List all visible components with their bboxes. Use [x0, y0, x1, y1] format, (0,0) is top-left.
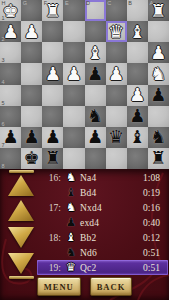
file-label-b: B	[128, 0, 132, 6]
square-a7[interactable]: ♞	[148, 127, 169, 148]
square-h3[interactable]: 3	[0, 42, 21, 63]
square-b1[interactable]: B	[127, 0, 148, 21]
square-f3[interactable]	[42, 42, 63, 63]
square-b5[interactable]: ♟	[127, 85, 148, 106]
square-a3[interactable]: ♟	[148, 42, 169, 63]
square-h2[interactable]: 2♟	[0, 21, 21, 42]
nav-first-button[interactable]	[8, 170, 34, 196]
black-pawn: ♟	[42, 127, 63, 148]
square-c6[interactable]	[106, 106, 127, 127]
move-time: 0:12	[126, 233, 168, 243]
square-d4[interactable]: ♟	[85, 63, 106, 84]
black-bishop-icon: ♝	[64, 187, 78, 199]
move-time: 0:40	[126, 218, 168, 228]
square-e7[interactable]	[63, 127, 84, 148]
square-e5[interactable]	[63, 85, 84, 106]
back-button[interactable]: BACK	[90, 277, 133, 296]
move-time: 1:08	[126, 173, 168, 183]
white-bishop: ♝	[85, 42, 106, 63]
move-number: 16:	[37, 173, 64, 183]
square-d8[interactable]	[85, 148, 106, 169]
black-pawn: ♟	[148, 85, 169, 106]
square-a4[interactable]: ♞	[148, 63, 169, 84]
square-e3[interactable]	[63, 42, 84, 63]
white-bishop-icon: ♝	[64, 232, 78, 244]
square-h7[interactable]: 7♟	[0, 127, 21, 148]
move-row-Nxd4[interactable]: 17:♞Nxd40:16	[37, 200, 168, 215]
square-d6[interactable]: ♞	[85, 106, 106, 127]
square-e4[interactable]: ♟	[63, 63, 84, 84]
square-b6[interactable]: ♟	[127, 106, 148, 127]
black-pawn: ♟	[85, 127, 106, 148]
nav-last-button[interactable]	[8, 253, 34, 279]
square-g7[interactable]: ♟	[21, 127, 42, 148]
square-c4[interactable]: ♟	[106, 63, 127, 84]
black-knight: ♞	[148, 127, 169, 148]
file-label-f: F	[44, 0, 47, 6]
square-h8[interactable]: 8	[0, 148, 21, 169]
file-label-d: D	[86, 0, 90, 6]
move-row-Na4[interactable]: 16:♞Na41:08	[37, 170, 168, 185]
move-list: 16:♞Na41:08♝Bd40:1917:♞Nxd40:16♟exd40:40…	[37, 170, 168, 275]
chess-board: H1♚GF♜EDCBA♜2♟♟♛♝3♝♟4♟♟♟♟♞5♟♟6♞♟7♟♟♟♟♛♝♞…	[0, 0, 169, 169]
square-g3[interactable]	[21, 42, 42, 63]
nav-controls	[6, 170, 36, 279]
square-a1[interactable]: A♜	[148, 0, 169, 21]
square-f8[interactable]: ♜	[42, 148, 63, 169]
square-a5[interactable]: ♟	[148, 85, 169, 106]
black-pawn: ♟	[127, 106, 148, 127]
white-pawn: ♟	[42, 63, 63, 84]
file-label-a: A	[149, 0, 153, 6]
square-d2[interactable]	[85, 21, 106, 42]
black-knight-icon: ♞	[64, 247, 78, 259]
square-e6[interactable]	[63, 106, 84, 127]
nav-next-button[interactable]	[8, 227, 34, 248]
square-g6[interactable]	[21, 106, 42, 127]
move-row-Bd4[interactable]: ♝Bd40:19	[37, 185, 168, 200]
square-a8[interactable]: ♜	[148, 148, 169, 169]
white-knight: ♞	[148, 63, 169, 84]
white-knight-icon: ♞	[64, 202, 78, 214]
move-san: Nxd4	[78, 203, 126, 213]
move-san: exd4	[78, 218, 126, 228]
up-triangle-icon	[8, 200, 34, 221]
square-a6[interactable]	[148, 106, 169, 127]
move-row-exd4[interactable]: ♟exd40:40	[37, 215, 168, 230]
nav-previous-button[interactable]	[8, 200, 34, 221]
square-f1[interactable]: F♜	[42, 0, 63, 21]
square-h1[interactable]: H1♚	[0, 0, 21, 21]
square-h5[interactable]: 5	[0, 85, 21, 106]
square-c2[interactable]: ♛	[106, 21, 127, 42]
white-pawn: ♟	[148, 42, 169, 63]
square-b7[interactable]: ♝	[127, 127, 148, 148]
square-c8[interactable]	[106, 148, 127, 169]
square-d7[interactable]: ♟	[85, 127, 106, 148]
square-f2[interactable]	[42, 21, 63, 42]
square-h6[interactable]: 6	[0, 106, 21, 127]
move-row-Bb2[interactable]: 18:♝Bb20:12	[37, 230, 168, 245]
square-b2[interactable]: ♝	[127, 21, 148, 42]
square-f4[interactable]: ♟	[42, 63, 63, 84]
square-f7[interactable]: ♟	[42, 127, 63, 148]
square-g4[interactable]	[21, 63, 42, 84]
move-san: Bd4	[78, 188, 126, 198]
move-san: Na4	[78, 173, 126, 183]
black-king: ♚	[21, 148, 42, 169]
menu-button[interactable]: MENU	[37, 277, 81, 296]
move-number: 19:	[37, 263, 64, 273]
square-b3[interactable]	[127, 42, 148, 63]
square-e2[interactable]	[63, 21, 84, 42]
move-time: 0:16	[126, 203, 168, 213]
move-san: Qc2	[78, 263, 126, 273]
black-rook: ♜	[148, 148, 169, 169]
move-time: 0:19	[126, 188, 168, 198]
move-san: Nd6	[78, 248, 126, 258]
square-f6[interactable]	[42, 106, 63, 127]
square-a2[interactable]	[148, 21, 169, 42]
black-queen: ♛	[106, 127, 127, 148]
square-g5[interactable]	[21, 85, 42, 106]
square-d1[interactable]: D	[85, 0, 106, 21]
move-number: 18:	[37, 233, 64, 243]
up-triangle-icon	[8, 175, 34, 196]
white-pawn: ♟	[127, 85, 148, 106]
file-label-e: E	[65, 0, 69, 6]
move-san: Bb2	[78, 233, 126, 243]
white-knight-icon: ♞	[64, 172, 78, 184]
file-label-h: H	[2, 0, 6, 6]
first-bar-icon	[9, 170, 34, 173]
down-triangle-icon	[8, 253, 34, 274]
square-c1[interactable]: C	[106, 0, 127, 21]
square-h4[interactable]: 4	[0, 63, 21, 84]
square-d5[interactable]	[85, 85, 106, 106]
move-row-Nd6[interactable]: ♞Nd60:51	[37, 245, 168, 260]
black-knight: ♞	[85, 106, 106, 127]
square-c7[interactable]: ♛	[106, 127, 127, 148]
square-e1[interactable]: E	[63, 0, 84, 21]
square-g8[interactable]: ♚	[21, 148, 42, 169]
black-pawn-icon: ♟	[64, 217, 78, 229]
black-bishop: ♝	[127, 127, 148, 148]
bottom-bar: MENU BACK	[0, 277, 169, 296]
white-pawn: ♟	[63, 63, 84, 84]
black-rook: ♜	[42, 148, 63, 169]
file-label-c: C	[107, 0, 111, 6]
chess-app-screen: H1♚GF♜EDCBA♜2♟♟♛♝3♝♟4♟♟♟♟♞5♟♟6♞♟7♟♟♟♟♛♝♞…	[0, 0, 169, 300]
move-row-Qc2[interactable]: 19:♛Qc20:51	[37, 260, 168, 275]
move-time: 0:51	[126, 263, 168, 273]
white-pawn: ♟	[21, 21, 42, 42]
square-c3[interactable]	[106, 42, 127, 63]
white-bishop: ♝	[127, 21, 148, 42]
white-queen-icon: ♛	[64, 262, 78, 274]
square-f5[interactable]	[42, 85, 63, 106]
black-pawn: ♟	[21, 127, 42, 148]
down-triangle-icon	[8, 227, 34, 248]
square-g2[interactable]: ♟	[21, 21, 42, 42]
square-d3[interactable]: ♝	[85, 42, 106, 63]
square-b4[interactable]	[127, 63, 148, 84]
black-pawn: ♟	[85, 63, 106, 84]
square-g1[interactable]: G	[21, 0, 42, 21]
move-time: 0:51	[126, 248, 168, 258]
square-e8[interactable]	[63, 148, 84, 169]
square-b8[interactable]	[127, 148, 148, 169]
move-number: 17:	[37, 203, 64, 213]
white-pawn: ♟	[106, 63, 127, 84]
white-queen: ♛	[106, 21, 127, 42]
square-c5[interactable]	[106, 85, 127, 106]
file-label-g: G	[23, 0, 27, 6]
